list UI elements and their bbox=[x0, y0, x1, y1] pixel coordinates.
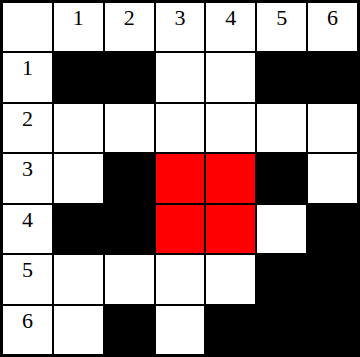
cell-r2c6[interactable] bbox=[308, 104, 357, 152]
cell-r6c2[interactable] bbox=[105, 306, 154, 354]
cell-r1c3[interactable] bbox=[156, 53, 205, 101]
cell-r4c2[interactable] bbox=[105, 205, 154, 253]
cell-r5c2[interactable] bbox=[105, 255, 154, 303]
cell-r4c6[interactable] bbox=[308, 205, 357, 253]
cell-r3c3[interactable] bbox=[156, 154, 205, 202]
corner-cell bbox=[3, 3, 52, 51]
cell-r1c6[interactable] bbox=[308, 53, 357, 101]
row-header-1: 1 bbox=[3, 53, 52, 101]
cell-r4c5[interactable] bbox=[257, 205, 306, 253]
col-header-6: 6 bbox=[308, 3, 357, 51]
cell-r5c6[interactable] bbox=[308, 255, 357, 303]
cell-r1c4[interactable] bbox=[206, 53, 255, 101]
cell-r3c5[interactable] bbox=[257, 154, 306, 202]
cell-r3c4[interactable] bbox=[206, 154, 255, 202]
col-header-5: 5 bbox=[257, 3, 306, 51]
cell-r6c1[interactable] bbox=[54, 306, 103, 354]
cell-r4c3[interactable] bbox=[156, 205, 205, 253]
cell-r6c6[interactable] bbox=[308, 306, 357, 354]
puzzle-page: 123456123456 bbox=[0, 0, 360, 357]
cell-r6c3[interactable] bbox=[156, 306, 205, 354]
row-header-2: 2 bbox=[3, 104, 52, 152]
cell-r2c1[interactable] bbox=[54, 104, 103, 152]
cell-r1c2[interactable] bbox=[105, 53, 154, 101]
cell-r1c1[interactable] bbox=[54, 53, 103, 101]
cell-r2c2[interactable] bbox=[105, 104, 154, 152]
cell-r3c6[interactable] bbox=[308, 154, 357, 202]
col-header-3: 3 bbox=[156, 3, 205, 51]
col-header-1: 1 bbox=[54, 3, 103, 51]
cell-r5c1[interactable] bbox=[54, 255, 103, 303]
cell-r2c3[interactable] bbox=[156, 104, 205, 152]
cell-r5c5[interactable] bbox=[257, 255, 306, 303]
row-header-4: 4 bbox=[3, 205, 52, 253]
row-header-5: 5 bbox=[3, 255, 52, 303]
cell-r1c5[interactable] bbox=[257, 53, 306, 101]
cell-r2c5[interactable] bbox=[257, 104, 306, 152]
cell-r3c2[interactable] bbox=[105, 154, 154, 202]
puzzle-board: 123456123456 bbox=[0, 0, 360, 357]
cell-r4c4[interactable] bbox=[206, 205, 255, 253]
cell-r6c5[interactable] bbox=[257, 306, 306, 354]
cell-r3c1[interactable] bbox=[54, 154, 103, 202]
row-header-3: 3 bbox=[3, 154, 52, 202]
cell-r5c4[interactable] bbox=[206, 255, 255, 303]
cell-r6c4[interactable] bbox=[206, 306, 255, 354]
cell-r2c4[interactable] bbox=[206, 104, 255, 152]
col-header-2: 2 bbox=[105, 3, 154, 51]
col-header-4: 4 bbox=[206, 3, 255, 51]
cell-r4c1[interactable] bbox=[54, 205, 103, 253]
row-header-6: 6 bbox=[3, 306, 52, 354]
cell-r5c3[interactable] bbox=[156, 255, 205, 303]
